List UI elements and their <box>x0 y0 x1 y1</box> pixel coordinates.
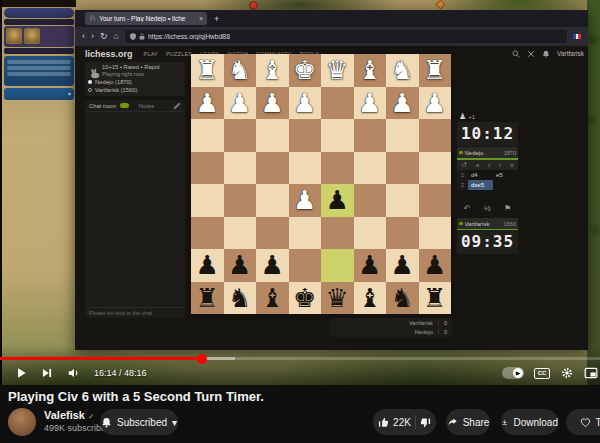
thanks-button[interactable]: Thanks <box>566 409 600 435</box>
home-icon[interactable]: ⌂ <box>114 32 119 41</box>
tab-close-icon[interactable]: × <box>199 15 203 22</box>
board-square-c1[interactable]: ♝ <box>354 54 387 87</box>
board-square-f1[interactable]: ♝ <box>256 54 289 87</box>
piece-e1: ♚ <box>289 54 322 86</box>
black-player-label[interactable]: Vartfarisk (1560) <box>95 87 137 93</box>
piece-a1: ♜ <box>419 54 452 86</box>
flip-board-icon[interactable]: ↺ <box>461 161 466 169</box>
piece-a7: ♟ <box>419 249 452 281</box>
board-square-g5[interactable] <box>224 184 257 217</box>
time-control-label: 10+15 • Rated • Rapid <box>102 64 182 70</box>
rapid-rabbit-icon <box>89 68 100 79</box>
chat-room-tab[interactable]: Chat room <box>89 103 116 109</box>
civ-report-panel <box>4 56 74 86</box>
move-number: 1 <box>457 170 468 180</box>
thumbs-up-icon[interactable] <box>378 417 389 428</box>
board-square-h5[interactable] <box>191 184 224 217</box>
channel-name[interactable]: Valefisk ✓ <box>44 409 95 421</box>
piece-f8: ♝ <box>256 282 289 314</box>
crosstable-row: Nedejo 0 <box>330 328 452 338</box>
piece-f2: ♟ <box>256 87 289 119</box>
board-square-e3[interactable] <box>289 119 322 152</box>
board-square-d3[interactable] <box>321 119 354 152</box>
board-square-g6[interactable] <box>224 217 257 250</box>
piece-h8: ♜ <box>191 282 224 314</box>
board-square-h7[interactable]: ♟ <box>191 249 224 282</box>
game-status-label: Playing right now <box>102 71 182 77</box>
piece-h7: ♟ <box>191 249 224 281</box>
piece-g7: ♟ <box>224 249 257 281</box>
move-list: 1 d4 e5 2 dxe5 <box>457 170 518 190</box>
player-name[interactable]: Vartfarisk <box>465 221 502 227</box>
board-square-g2[interactable]: ♟ <box>224 87 257 120</box>
autoplay-knob-icon: ▶ <box>513 368 523 378</box>
piece-b2: ♟ <box>386 87 419 119</box>
board-square-f7[interactable]: ♟ <box>256 249 289 282</box>
piece-d1: ♛ <box>321 54 354 86</box>
board-square-h3[interactable] <box>191 119 224 152</box>
board-square-b3[interactable] <box>386 119 419 152</box>
board-square-f3[interactable] <box>256 119 289 152</box>
piece-d8: ♛ <box>321 282 354 314</box>
browser-tab[interactable]: ♘ Your turn - Play Nedejo • liche × <box>85 12 207 25</box>
board-square-a4[interactable] <box>419 152 452 185</box>
civ-unit-icon <box>6 28 22 44</box>
board-square-h1[interactable]: ♜ <box>191 54 224 87</box>
chevron-down-icon: ▾ <box>172 417 177 428</box>
draw-offer-icon[interactable]: ½ <box>484 204 491 213</box>
board-square-f8[interactable]: ♝ <box>256 282 289 315</box>
piece-a8: ♜ <box>419 282 452 314</box>
board-square-a7[interactable]: ♟ <box>419 249 452 282</box>
civ-unit-icon <box>24 28 40 44</box>
civ-map-pin <box>249 1 258 10</box>
miniplayer-icon[interactable] <box>584 367 598 379</box>
board-square-d7[interactable] <box>321 249 354 282</box>
board-square-g3[interactable] <box>224 119 257 152</box>
new-tab-button[interactable]: + <box>214 14 219 24</box>
game-meta-box: 10+15 • Rated • Rapid Playing right now … <box>85 62 185 96</box>
board-square-d2[interactable] <box>321 87 354 120</box>
material-advantage: ♟ +1 <box>459 112 475 121</box>
piece-e8: ♚ <box>289 282 322 314</box>
board-square-g1[interactable]: ♞ <box>224 54 257 87</box>
player-clock: 09:35 <box>457 230 518 254</box>
nav-puzzles[interactable]: PUZZLES <box>166 51 192 57</box>
board-square-f6[interactable] <box>256 217 289 250</box>
crosstable-name: Nedejo <box>330 329 438 335</box>
player-rating: 1560 <box>504 221 516 227</box>
black-player-row: Vartfarisk (1560) <box>88 87 182 93</box>
board-square-h8[interactable]: ♜ <box>191 282 224 315</box>
civ-dropdown-row: ▾ <box>4 88 74 100</box>
civ-info-row <box>4 19 74 25</box>
piece-g8: ♞ <box>224 282 257 314</box>
white-color-icon <box>88 80 92 84</box>
opponent-name[interactable]: Nedejo <box>465 150 502 156</box>
white-player-label[interactable]: Nedejo (1870) <box>95 79 132 85</box>
move-2-black[interactable] <box>493 180 518 190</box>
piece-c2: ♟ <box>354 87 387 119</box>
board-square-a3[interactable] <box>419 119 452 152</box>
board-square-d5[interactable]: ♟ <box>321 184 354 217</box>
notifications-bell-icon[interactable] <box>542 50 550 58</box>
captions-icon[interactable]: CC <box>534 368 550 379</box>
board-square-e4[interactable] <box>289 152 322 185</box>
civ-info-row <box>4 48 74 54</box>
verified-badge-icon: ✓ <box>88 412 95 421</box>
move-navigation: ↺ « ‹ › » <box>457 160 518 170</box>
move-2-white[interactable]: dxe5 <box>468 180 493 190</box>
lichess-page: lichess.org PLAY PUZZLES LEARN WATCH COM… <box>75 46 588 350</box>
chat-messages <box>85 112 185 307</box>
board-square-c4[interactable] <box>354 152 387 185</box>
board-square-e2[interactable]: ♟ <box>289 87 322 120</box>
next-move-icon[interactable]: › <box>499 162 501 169</box>
board-square-b2[interactable]: ♟ <box>386 87 419 120</box>
chat-panel: Chat room Notes Please be nice in the ch… <box>85 100 185 318</box>
board-square-b8[interactable]: ♞ <box>386 282 419 315</box>
board-square-a8[interactable]: ♜ <box>419 282 452 315</box>
piece-g2: ♟ <box>224 87 257 119</box>
video-title: Playing Civ 6 with a 5 Second Turn Timer… <box>8 389 592 404</box>
browser-titlebar: ♘ Your turn - Play Nedejo • liche × + <box>75 10 588 27</box>
board-square-a1[interactable]: ♜ <box>419 54 452 87</box>
tab-title: Your turn - Play Nedejo • liche <box>99 15 196 22</box>
piece-e5: ♟ <box>289 184 322 216</box>
move-1-black[interactable]: e5 <box>493 170 518 180</box>
crosstable: Vartfarisk 0 Nedejo 0 <box>330 318 452 337</box>
prev-move-icon[interactable]: ‹ <box>488 162 490 169</box>
board-square-f5[interactable] <box>256 184 289 217</box>
french-flag-icon <box>573 34 581 39</box>
chat-input[interactable]: Please be nice in the chat <box>85 307 185 318</box>
online-dot-icon <box>459 222 463 226</box>
board-square-g8[interactable]: ♞ <box>224 282 257 315</box>
back-icon[interactable]: ‹ <box>82 32 85 41</box>
white-player-row: Nedejo (1870) <box>88 79 182 85</box>
like-dislike-buttons[interactable]: 22K <box>373 409 436 435</box>
lichess-favicon-knight-icon: ♘ <box>89 15 96 23</box>
board-square-f4[interactable] <box>256 152 289 185</box>
time-display: 16:14 / 48:16 <box>94 368 147 378</box>
board-square-a6[interactable] <box>419 217 452 250</box>
civ-ui-panel: ▾ <box>2 0 76 102</box>
board-square-c2[interactable]: ♟ <box>354 87 387 120</box>
video-player[interactable]: ▾ ♘ Your turn - Play Nedejo • liche × + … <box>0 0 600 385</box>
forward-icon[interactable]: › <box>91 32 94 41</box>
board-square-c3[interactable] <box>354 119 387 152</box>
settings-gear-icon[interactable] <box>560 366 574 380</box>
board-square-e5[interactable]: ♟ <box>289 184 322 217</box>
next-icon[interactable] <box>40 366 54 380</box>
crosstable-score: 0 <box>438 329 452 335</box>
download-button[interactable]: Download <box>501 409 558 435</box>
board-square-h2[interactable]: ♟ <box>191 87 224 120</box>
heart-dollar-icon <box>580 417 591 428</box>
url-bar[interactable]: https://lichess.org/qjHwbdB8 <box>125 30 567 43</box>
progress-played <box>0 357 202 360</box>
piece-h1: ♜ <box>191 54 224 86</box>
nav-play[interactable]: PLAY <box>144 51 158 57</box>
board-square-b7[interactable]: ♟ <box>386 249 419 282</box>
board-square-b6[interactable] <box>386 217 419 250</box>
first-move-icon[interactable]: « <box>476 162 480 169</box>
browser-window: ♘ Your turn - Play Nedejo • liche × + ‹ … <box>75 10 588 350</box>
piece-f7: ♟ <box>256 249 289 281</box>
game-actions: ↶ ½ ⚑ <box>457 204 518 213</box>
board-square-b5[interactable] <box>386 184 419 217</box>
share-icon <box>447 417 458 428</box>
board-square-h4[interactable] <box>191 152 224 185</box>
board-square-e6[interactable] <box>289 217 322 250</box>
piece-b7: ♟ <box>386 249 419 281</box>
civ-unit-tray <box>4 26 74 47</box>
challenge-cross-icon[interactable] <box>527 50 535 58</box>
civ-topbar <box>2 0 76 7</box>
piece-g1: ♞ <box>224 54 257 86</box>
chess-board: ♜♞♝♚♛♝♞♜♟♟♟♟♟♟♟♟♟♟♟♟♟♟♟♜♞♝♚♛♝♞♜ <box>191 54 451 314</box>
piece-d5: ♟ <box>321 184 354 216</box>
crosstable-name: Vartfarisk <box>330 320 438 326</box>
board-square-d8[interactable]: ♛ <box>321 282 354 315</box>
online-dot-icon <box>459 151 463 155</box>
bell-icon <box>101 417 112 428</box>
play-icon[interactable] <box>14 366 28 380</box>
logged-in-username[interactable]: Vartfarisk <box>557 50 584 57</box>
board-square-e1[interactable]: ♚ <box>289 54 322 87</box>
thumbs-down-icon[interactable] <box>420 417 431 428</box>
board-square-g4[interactable] <box>224 152 257 185</box>
material-value: +1 <box>468 114 475 120</box>
piece-b8: ♞ <box>386 282 419 314</box>
board-square-h6[interactable] <box>191 217 224 250</box>
notes-tab[interactable]: Notes <box>139 103 154 109</box>
lichess-logo[interactable]: lichess.org <box>85 49 133 59</box>
piece-c8: ♝ <box>354 282 387 314</box>
player-bar: Vartfarisk 1560 <box>457 218 518 229</box>
piece-h2: ♟ <box>191 87 224 119</box>
board-square-g7[interactable]: ♟ <box>224 249 257 282</box>
civ-map-trees <box>587 0 600 385</box>
crosstable-row: Vartfarisk 0 <box>330 318 452 328</box>
search-icon[interactable] <box>512 50 520 58</box>
piece-a2: ♟ <box>419 87 452 119</box>
board-square-a2[interactable]: ♟ <box>419 87 452 120</box>
move-1-white[interactable]: d4 <box>468 170 493 180</box>
black-color-icon <box>88 88 92 92</box>
board-square-d1[interactable]: ♛ <box>321 54 354 87</box>
subscribed-button[interactable]: Subscribed ▾ <box>100 409 178 435</box>
volume-icon[interactable] <box>66 366 82 380</box>
browser-navbar: ‹ › ↻ ⌂ https://lichess.org/qjHwbdB8 <box>75 27 588 46</box>
opponent-bar: Nedejo 1870 <box>457 147 518 158</box>
pawn-icon: ♟ <box>459 112 466 121</box>
share-button[interactable]: Share <box>446 409 490 435</box>
channel-avatar[interactable] <box>8 408 36 436</box>
lock-icon <box>139 33 145 40</box>
channel-row: Valefisk ✓ 499K subscribers Subscribed ▾… <box>0 407 600 439</box>
move-number: 2 <box>457 180 468 190</box>
board-square-b4[interactable] <box>386 152 419 185</box>
piece-e2: ♟ <box>289 87 322 119</box>
piece-c7: ♟ <box>354 249 387 281</box>
chat-options-icon[interactable] <box>173 102 180 109</box>
board-square-e7[interactable] <box>289 249 322 282</box>
autoplay-toggle[interactable]: ▶ <box>502 367 524 379</box>
board-square-c7[interactable]: ♟ <box>354 249 387 282</box>
player-controls: 16:14 / 48:16 ▶ CC <box>0 362 600 384</box>
opponent-clock: 10:12 <box>457 122 518 146</box>
board-square-a5[interactable] <box>419 184 452 217</box>
reload-icon[interactable]: ↻ <box>100 32 108 41</box>
last-move-icon[interactable]: » <box>510 162 514 169</box>
url-text: https://lichess.org/qjHwbdB8 <box>148 33 230 40</box>
opponent-rating: 1870 <box>504 150 516 156</box>
resign-flag-icon[interactable]: ⚑ <box>504 204 511 213</box>
piece-c1: ♝ <box>354 54 387 86</box>
board-square-d4[interactable] <box>321 152 354 185</box>
board-square-c6[interactable] <box>354 217 387 250</box>
chat-toggle[interactable] <box>120 103 129 108</box>
screenshot-root: ▾ ♘ Your turn - Play Nedejo • liche × + … <box>0 0 600 443</box>
board-square-c5[interactable] <box>354 184 387 217</box>
like-count: 22K <box>393 417 411 428</box>
board-square-c8[interactable]: ♝ <box>354 282 387 315</box>
piece-f1: ♝ <box>256 54 289 86</box>
board-square-f2[interactable]: ♟ <box>256 87 289 120</box>
crosstable-score: 0 <box>438 320 452 326</box>
board-square-e8[interactable]: ♚ <box>289 282 322 315</box>
board-square-b1[interactable]: ♞ <box>386 54 419 87</box>
civ-city-banner <box>4 8 74 18</box>
download-icon <box>501 417 509 428</box>
civ-map-marker <box>436 0 446 9</box>
board-square-d6[interactable] <box>321 217 354 250</box>
shield-icon <box>130 33 136 40</box>
takeback-icon[interactable]: ↶ <box>464 204 471 213</box>
divider <box>415 415 416 429</box>
piece-b1: ♞ <box>386 54 419 86</box>
